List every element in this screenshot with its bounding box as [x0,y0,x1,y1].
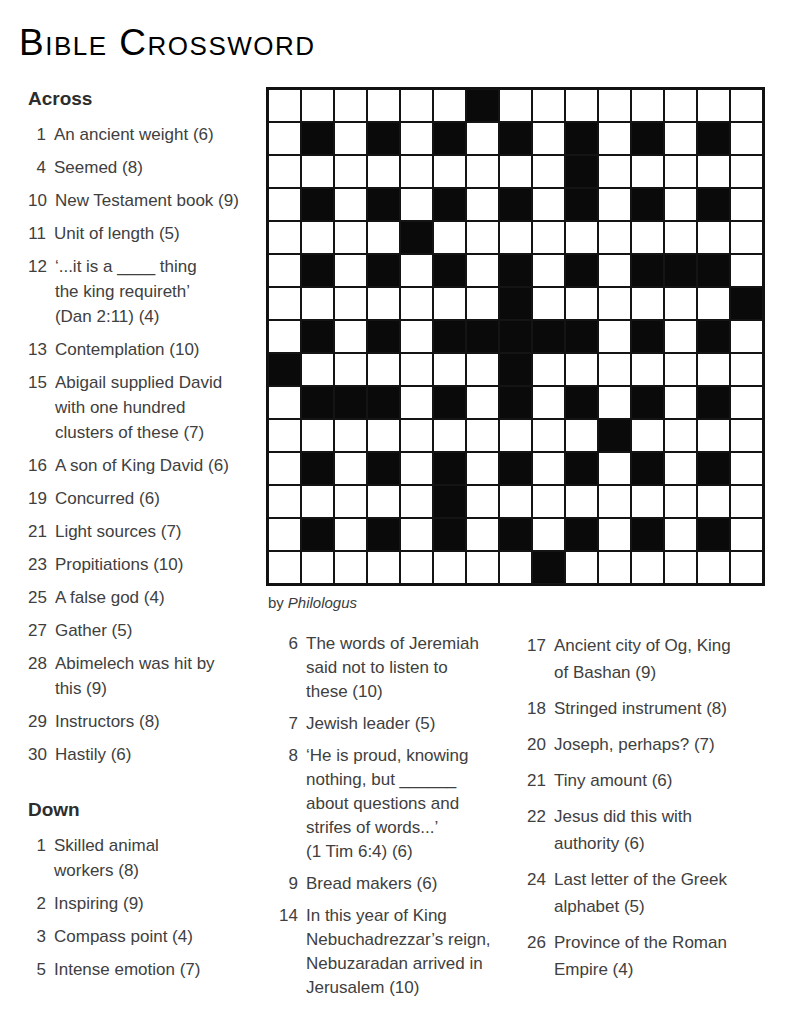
grid-cell-r10c7[interactable] [467,387,498,418]
clue-down-26: 26Province of the Roman Empire (4) [524,929,782,983]
page-title: Bible Crossword [19,22,316,64]
clue-text: A son of King David (6) [55,453,265,478]
grid-cell-r8c9 [533,321,564,352]
grid-cell-r13c15[interactable] [731,486,762,517]
clue-across-11: 11Unit of length (5) [28,221,265,246]
grid-cell-r6c14 [698,255,729,286]
grid-cell-r5c14[interactable] [698,222,729,253]
clue-across-19: 19Concurred (6) [28,486,265,511]
grid-cell-r15c6[interactable] [434,552,465,583]
grid-cell-r10c12 [632,387,663,418]
grid-cell-r11c5[interactable] [401,420,432,451]
grid-cell-r3c1[interactable] [269,156,300,187]
grid-cell-r14c14 [698,519,729,550]
clue-number: 2 [28,891,46,916]
grid-cell-r1c8[interactable] [500,90,531,121]
clue-text: Bread makers (6) [306,872,520,896]
grid-cell-r1c9[interactable] [533,90,564,121]
clue-number: 5 [28,957,46,982]
clue-text: Hastily (6) [55,742,265,767]
grid-cell-r3c5[interactable] [401,156,432,187]
crossword-page: Bible Crossword byPhilologus Across 1An … [0,0,791,1024]
grid-cell-r13c9[interactable] [533,486,564,517]
grid-cell-r5c4[interactable] [368,222,399,253]
grid-cell-r15c12[interactable] [632,552,663,583]
grid-cell-r13c7[interactable] [467,486,498,517]
clue-text: Instructors (8) [55,709,265,734]
grid-cell-r2c1[interactable] [269,123,300,154]
grid-cell-r14c13[interactable] [665,519,696,550]
grid-cell-r2c7[interactable] [467,123,498,154]
grid-cell-r13c8[interactable] [500,486,531,517]
grid-cell-r9c2[interactable] [302,354,333,385]
grid-cell-r12c6 [434,453,465,484]
clue-number: 7 [278,712,298,736]
grid-cell-r1c5[interactable] [401,90,432,121]
byline-author: Philologus [288,594,357,611]
grid-cell-r7c3[interactable] [335,288,366,319]
grid-cell-r1c11[interactable] [599,90,630,121]
clue-number: 11 [28,221,46,246]
grid-cell-r8c10 [566,321,597,352]
grid-cell-r6c11[interactable] [599,255,630,286]
grid-cell-r6c15[interactable] [731,255,762,286]
grid-cell-r4c5[interactable] [401,189,432,220]
grid-cell-r11c7[interactable] [467,420,498,451]
clue-text: A false god (4) [55,585,265,610]
grid-cell-r8c6 [434,321,465,352]
grid-cell-r6c4 [368,255,399,286]
grid-cell-r6c5[interactable] [401,255,432,286]
grid-cell-r1c1[interactable] [269,90,300,121]
grid-cell-r14c5[interactable] [401,519,432,550]
grid-cell-r5c9[interactable] [533,222,564,253]
grid-cell-r9c15[interactable] [731,354,762,385]
grid-cell-r3c7[interactable] [467,156,498,187]
clue-text: Compass point (4) [54,924,265,949]
down-clue-list-1: 1Skilled animal workers (8)2Inspiring (9… [28,833,265,982]
grid-cell-r9c4[interactable] [368,354,399,385]
grid-cell-r14c1[interactable] [269,519,300,550]
clue-down-24: 24Last letter of the Greek alphabet (5) [524,866,782,920]
grid-cell-r15c3[interactable] [335,552,366,583]
clue-down-5: 5Intense emotion (7) [28,957,265,982]
grid-cell-r1c12[interactable] [632,90,663,121]
clue-down-9: 9Bread makers (6) [278,872,520,896]
grid-cell-r11c8[interactable] [500,420,531,451]
clue-number: 13 [28,337,47,362]
clue-across-27: 27Gather (5) [28,618,265,643]
grid-cell-r6c12 [632,255,663,286]
grid-cell-r13c10[interactable] [566,486,597,517]
grid-cell-r4c13[interactable] [665,189,696,220]
grid-cell-r4c9[interactable] [533,189,564,220]
grid-cell-r7c10[interactable] [566,288,597,319]
grid-cell-r12c1[interactable] [269,453,300,484]
clue-across-30: 30Hastily (6) [28,742,265,767]
grid-cell-r15c11[interactable] [599,552,630,583]
grid-cell-r10c1[interactable] [269,387,300,418]
grid-cell-r15c5[interactable] [401,552,432,583]
grid-cell-r7c14[interactable] [698,288,729,319]
clue-number: 20 [524,731,546,758]
grid-cell-r15c10[interactable] [566,552,597,583]
byline-prefix: by [268,594,284,611]
grid-cell-r3c4[interactable] [368,156,399,187]
grid-cell-r4c7[interactable] [467,189,498,220]
grid-cell-r12c8 [500,453,531,484]
grid-cell-r12c9[interactable] [533,453,564,484]
clue-text: ‘...it is a ____ thing the king requiret… [55,254,265,329]
grid-cell-r5c13[interactable] [665,222,696,253]
grid-cell-r14c7[interactable] [467,519,498,550]
clue-text: Concurred (6) [55,486,265,511]
clue-number: 23 [28,552,47,577]
grid-cell-r2c15[interactable] [731,123,762,154]
clue-down-1: 1Skilled animal workers (8) [28,833,265,883]
grid-cell-r7c15 [731,288,762,319]
grid-cell-r2c11[interactable] [599,123,630,154]
clue-across-1: 1An ancient weight (6) [28,122,265,147]
grid-cell-r12c3[interactable] [335,453,366,484]
grid-cell-r12c5[interactable] [401,453,432,484]
grid-cell-r13c13[interactable] [665,486,696,517]
grid-cell-r3c15[interactable] [731,156,762,187]
grid-cell-r10c15[interactable] [731,387,762,418]
grid-cell-r9c6[interactable] [434,354,465,385]
clue-text: Ancient city of Og, King of Bashan (9) [554,632,782,686]
clue-text: Contemplation (10) [55,337,265,362]
grid-cell-r4c15[interactable] [731,189,762,220]
grid-cell-r15c2[interactable] [302,552,333,583]
grid-cell-r12c11[interactable] [599,453,630,484]
grid-cell-r8c15[interactable] [731,321,762,352]
grid-cell-r7c11[interactable] [599,288,630,319]
clue-text: Unit of length (5) [54,221,265,246]
clue-number: 25 [28,585,47,610]
grid-cell-r9c14[interactable] [698,354,729,385]
grid-cell-r15c14[interactable] [698,552,729,583]
grid-cell-r6c6 [434,255,465,286]
clue-number: 6 [278,632,298,656]
grid-cell-r5c11[interactable] [599,222,630,253]
grid-cell-r4c2 [302,189,333,220]
grid-cell-r3c12[interactable] [632,156,663,187]
grid-cell-r5c5 [401,222,432,253]
grid-cell-r5c10[interactable] [566,222,597,253]
grid-cell-r1c6[interactable] [434,90,465,121]
grid-cell-r10c14 [698,387,729,418]
grid-cell-r9c8 [500,354,531,385]
grid-cell-r6c9[interactable] [533,255,564,286]
clue-number: 19 [28,486,47,511]
clue-text: The words of Jeremiah said not to listen… [306,632,520,704]
clue-text: New Testament book (9) [55,188,265,213]
grid-cell-r9c3[interactable] [335,354,366,385]
grid-cell-r2c6 [434,123,465,154]
grid-cell-r3c8[interactable] [500,156,531,187]
grid-cell-r15c7[interactable] [467,552,498,583]
clue-number: 1 [28,833,46,858]
clue-number: 8 [278,744,298,768]
byline: byPhilologus [268,594,357,611]
grid-cell-r3c13[interactable] [665,156,696,187]
grid-cell-r9c13[interactable] [665,354,696,385]
grid-cell-r4c3[interactable] [335,189,366,220]
grid-cell-r14c12 [632,519,663,550]
clue-number: 9 [278,872,298,896]
grid-cell-r5c2[interactable] [302,222,333,253]
clue-down-20: 20Joseph, perhaps? (7) [524,731,782,758]
clue-text: Joseph, perhaps? (7) [554,731,782,758]
grid-cell-r1c3[interactable] [335,90,366,121]
grid-cell-r2c12 [632,123,663,154]
grid-cell-r8c5[interactable] [401,321,432,352]
grid-cell-r3c11[interactable] [599,156,630,187]
grid-cell-r8c7 [467,321,498,352]
grid-cell-r1c2[interactable] [302,90,333,121]
grid-cell-r11c10[interactable] [566,420,597,451]
grid-cell-r6c10 [566,255,597,286]
grid-cell-r8c14 [698,321,729,352]
down-clue-list-2: 6The words of Jeremiah said not to liste… [278,632,520,1008]
grid-cell-r10c4 [368,387,399,418]
clue-number: 24 [524,866,546,893]
grid-cell-r3c6[interactable] [434,156,465,187]
grid-cell-r12c2 [302,453,333,484]
grid-cell-r11c13[interactable] [665,420,696,451]
clue-text: Intense emotion (7) [54,957,265,982]
grid-cell-r14c9[interactable] [533,519,564,550]
clue-down-17: 17Ancient city of Og, King of Bashan (9) [524,632,782,686]
grid-cell-r1c4[interactable] [368,90,399,121]
grid-cell-r11c2[interactable] [302,420,333,451]
clue-across-25: 25A false god (4) [28,585,265,610]
clue-across-21: 21Light sources (7) [28,519,265,544]
grid-cell-r5c6[interactable] [434,222,465,253]
crossword-grid [266,87,765,586]
clue-across-13: 13Contemplation (10) [28,337,265,362]
grid-cell-r11c12[interactable] [632,420,663,451]
grid-cell-r9c5[interactable] [401,354,432,385]
grid-cell-r1c10[interactable] [566,90,597,121]
grid-cell-r3c14[interactable] [698,156,729,187]
grid-cell-r10c13[interactable] [665,387,696,418]
grid-cell-r3c2[interactable] [302,156,333,187]
clue-column-left: Across 1An ancient weight (6)4Seemed (8)… [28,88,265,990]
grid-cell-r11c3[interactable] [335,420,366,451]
across-heading: Across [28,88,265,110]
clue-text: Seemed (8) [54,155,265,180]
grid-cell-r2c5[interactable] [401,123,432,154]
grid-cell-r8c2 [302,321,333,352]
grid-cell-r11c14[interactable] [698,420,729,451]
grid-cell-r10c5[interactable] [401,387,432,418]
grid-cell-r4c10 [566,189,597,220]
grid-cell-r6c3[interactable] [335,255,366,286]
grid-cell-r5c1[interactable] [269,222,300,253]
clue-number: 12 [28,254,47,279]
grid-cell-r13c5[interactable] [401,486,432,517]
grid-cell-r3c9[interactable] [533,156,564,187]
clue-down-14: 14In this year of King Nebuchadrezzar’s … [278,904,520,1000]
grid-cell-r10c9[interactable] [533,387,564,418]
grid-cell-r8c8 [500,321,531,352]
grid-cell-r2c10 [566,123,597,154]
grid-cell-r10c6 [434,387,465,418]
grid-cell-r4c1[interactable] [269,189,300,220]
grid-cell-r4c12 [632,189,663,220]
clue-down-18: 18Stringed instrument (8) [524,695,782,722]
clue-down-8: 8‘He is proud, knowing nothing, but ____… [278,744,520,864]
clue-number: 26 [524,929,546,956]
grid-cell-r8c11[interactable] [599,321,630,352]
grid-cell-r6c1[interactable] [269,255,300,286]
grid-cell-r1c13[interactable] [665,90,696,121]
grid-cell-r15c9 [533,552,564,583]
grid-cell-r14c3[interactable] [335,519,366,550]
clue-down-21: 21Tiny amount (6) [524,767,782,794]
grid-cell-r4c6 [434,189,465,220]
clue-number: 21 [524,767,546,794]
grid-cell-r14c8 [500,519,531,550]
grid-cell-r5c15[interactable] [731,222,762,253]
grid-cell-r14c4 [368,519,399,550]
grid-cell-r1c14[interactable] [698,90,729,121]
grid-cell-r8c13[interactable] [665,321,696,352]
clue-number: 4 [28,155,46,180]
grid-cell-r13c12[interactable] [632,486,663,517]
grid-cell-r14c15[interactable] [731,519,762,550]
grid-cell-r15c4[interactable] [368,552,399,583]
grid-cell-r15c13[interactable] [665,552,696,583]
grid-cell-r15c8[interactable] [500,552,531,583]
grid-cell-r5c12[interactable] [632,222,663,253]
clue-number: 30 [28,742,47,767]
grid-cell-r13c2[interactable] [302,486,333,517]
grid-cell-r10c2 [302,387,333,418]
grid-cell-r13c14[interactable] [698,486,729,517]
grid-cell-r9c11[interactable] [599,354,630,385]
grid-cell-r12c13[interactable] [665,453,696,484]
clue-across-16: 16A son of King David (6) [28,453,265,478]
clue-number: 27 [28,618,47,643]
grid-cell-r12c15[interactable] [731,453,762,484]
grid-cell-r7c7[interactable] [467,288,498,319]
grid-cell-r13c1[interactable] [269,486,300,517]
clue-down-3: 3Compass point (4) [28,924,265,949]
grid-cell-r12c12 [632,453,663,484]
grid-cell-r14c6 [434,519,465,550]
grid-cell-r9c12[interactable] [632,354,663,385]
across-clue-list: 1An ancient weight (6)4Seemed (8)10New T… [28,122,265,767]
clue-number: 28 [28,651,47,676]
grid-cell-r11c6[interactable] [434,420,465,451]
grid-cell-r7c9[interactable] [533,288,564,319]
grid-cell-r8c3[interactable] [335,321,366,352]
down-clue-list-3: 17Ancient city of Og, King of Bashan (9)… [524,632,782,992]
grid-cell-r7c13[interactable] [665,288,696,319]
grid-cell-r2c9[interactable] [533,123,564,154]
grid-cell-r7c6[interactable] [434,288,465,319]
grid-cell-r10c3 [335,387,366,418]
grid-cell-r14c2 [302,519,333,550]
clue-number: 1 [28,122,46,147]
grid-cell-r9c9[interactable] [533,354,564,385]
clue-down-7: 7Jewish leader (5) [278,712,520,736]
grid-cell-r13c6 [434,486,465,517]
grid-cell-r8c1[interactable] [269,321,300,352]
clue-number: 29 [28,709,47,734]
clue-text: Stringed instrument (8) [554,695,782,722]
clue-number: 16 [28,453,47,478]
grid-cell-r6c8 [500,255,531,286]
grid-cell-r5c3[interactable] [335,222,366,253]
grid-cell-r8c12 [632,321,663,352]
grid-cell-r2c2 [302,123,333,154]
grid-cell-r1c7 [467,90,498,121]
grid-cell-r9c10[interactable] [566,354,597,385]
grid-cell-r4c8 [500,189,531,220]
grid-cell-r3c3[interactable] [335,156,366,187]
grid-cell-r7c4[interactable] [368,288,399,319]
grid-cell-r10c10 [566,387,597,418]
clue-text: Skilled animal workers (8) [54,833,265,883]
grid-cell-r12c7[interactable] [467,453,498,484]
grid-cell-r7c12[interactable] [632,288,663,319]
clue-text: Tiny amount (6) [554,767,782,794]
grid-cell-r5c8[interactable] [500,222,531,253]
grid-cell-r13c3[interactable] [335,486,366,517]
grid-cell-r11c15[interactable] [731,420,762,451]
down-heading: Down [28,799,265,821]
grid-cell-r6c7[interactable] [467,255,498,286]
clue-text: Light sources (7) [55,519,265,544]
grid-cell-r11c1[interactable] [269,420,300,451]
grid-cell-r7c1[interactable] [269,288,300,319]
grid-cell-r11c9[interactable] [533,420,564,451]
grid-cell-r11c4[interactable] [368,420,399,451]
grid-cell-r7c2[interactable] [302,288,333,319]
clue-number: 17 [524,632,546,659]
grid-cell-r4c11[interactable] [599,189,630,220]
grid-cell-r15c15[interactable] [731,552,762,583]
grid-cell-r10c8 [500,387,531,418]
clue-down-22: 22Jesus did this with authority (6) [524,803,782,857]
grid-cell-r2c3[interactable] [335,123,366,154]
grid-cell-r13c11[interactable] [599,486,630,517]
grid-cell-r15c1[interactable] [269,552,300,583]
grid-cell-r9c7[interactable] [467,354,498,385]
grid-cell-r13c4[interactable] [368,486,399,517]
clue-text: Jesus did this with authority (6) [554,803,782,857]
clue-text: Jewish leader (5) [306,712,520,736]
grid-cell-r10c11[interactable] [599,387,630,418]
clue-text: Last letter of the Greek alphabet (5) [554,866,782,920]
clue-across-23: 23Propitiations (10) [28,552,265,577]
grid-cell-r2c13[interactable] [665,123,696,154]
grid-cell-r7c5[interactable] [401,288,432,319]
grid-cell-r1c15[interactable] [731,90,762,121]
clue-across-10: 10New Testament book (9) [28,188,265,213]
grid-cell-r14c10 [566,519,597,550]
grid-cell-r14c11[interactable] [599,519,630,550]
clue-number: 22 [524,803,546,830]
grid-cell-r9c1 [269,354,300,385]
grid-cell-r5c7[interactable] [467,222,498,253]
grid-cell-r7c8 [500,288,531,319]
grid-cell-r2c4 [368,123,399,154]
